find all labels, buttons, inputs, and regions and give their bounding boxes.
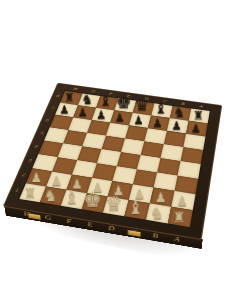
black-knight: ♞ xyxy=(173,106,185,119)
file-label: D xyxy=(108,225,114,232)
square xyxy=(72,160,97,178)
black-knight: ♞ xyxy=(81,93,93,106)
square: ♛ xyxy=(103,197,129,217)
black-rook: ♜ xyxy=(193,109,204,121)
white-rook: ♜ xyxy=(24,186,37,200)
rank-label: 6 xyxy=(214,145,215,154)
rank-label: 1 xyxy=(202,220,203,230)
white-pawn: ♟ xyxy=(31,172,42,185)
black-pawn: ♟ xyxy=(115,112,125,123)
rank-label: 2 xyxy=(21,172,26,177)
square xyxy=(154,172,178,190)
black-pawn: ♟ xyxy=(171,120,181,132)
chess-board: HGFEDCBA 87654321 ♜♞♝♚♛♝♞♜♟♟♟♟♟♟♟♟♟♟♟♟♟♟… xyxy=(3,83,222,240)
white-king: ♚ xyxy=(83,189,102,210)
square: ♝ xyxy=(124,200,150,220)
square: ♟ xyxy=(73,105,96,120)
board-grid: ♜♞♝♚♛♝♞♜♟♟♟♟♟♟♟♟♟♟♟♟♟♟♟♟♜♞♝♚♛♝♞♜ xyxy=(19,91,210,227)
rank-label: 4 xyxy=(34,144,39,149)
hinge-left xyxy=(27,213,41,221)
rank-label: 3 xyxy=(207,188,208,197)
square xyxy=(102,136,126,152)
rank-label: 7 xyxy=(51,106,55,110)
file-label: G xyxy=(45,214,52,221)
rank-label: 3 xyxy=(28,158,33,163)
black-pawn: ♟ xyxy=(96,109,106,120)
square xyxy=(63,130,87,146)
product-photo: HGFEDCBA 87654321 ♜♞♝♚♛♝♞♜♟♟♟♟♟♟♟♟♟♟♟♟♟♟… xyxy=(0,0,240,303)
white-knight: ♞ xyxy=(150,205,164,220)
white-queen: ♛ xyxy=(105,194,123,214)
rank-label: 5 xyxy=(212,159,213,168)
square: ♚ xyxy=(82,193,108,213)
white-bishop: ♝ xyxy=(64,189,80,206)
black-queen: ♛ xyxy=(134,97,149,114)
hinge-right xyxy=(127,229,141,237)
black-bishop: ♝ xyxy=(154,101,168,116)
black-pawn: ♟ xyxy=(59,104,69,115)
white-knight: ♞ xyxy=(44,188,58,203)
black-rook: ♜ xyxy=(64,91,75,103)
square xyxy=(32,154,57,171)
white-pawn: ♟ xyxy=(51,175,62,188)
square: ♟ xyxy=(110,110,132,125)
rank-label: 1 xyxy=(15,188,20,193)
black-pawn: ♟ xyxy=(152,117,162,129)
white-pawn: ♟ xyxy=(176,195,188,208)
file-label: E xyxy=(87,221,92,228)
white-pawn: ♟ xyxy=(155,191,167,204)
square xyxy=(92,163,117,181)
square xyxy=(77,146,101,163)
rank-label: 2 xyxy=(205,204,206,214)
photo-scene: HGFEDCBA 87654321 ♜♞♝♚♛♝♞♜♟♟♟♟♟♟♟♟♟♟♟♟♟♟… xyxy=(0,0,240,303)
black-pawn: ♟ xyxy=(133,115,143,127)
black-bishop: ♝ xyxy=(99,93,112,108)
square: ♞ xyxy=(40,187,67,206)
square xyxy=(183,134,205,150)
rank-label: 6 xyxy=(45,118,49,122)
square: ♜ xyxy=(168,207,193,227)
file-label: F xyxy=(66,218,72,225)
white-rook: ♜ xyxy=(172,210,185,224)
square xyxy=(121,138,144,155)
rank-label: 4 xyxy=(210,173,211,182)
square xyxy=(82,133,106,149)
black-pawn: ♟ xyxy=(78,107,88,118)
white-bishop: ♝ xyxy=(127,200,143,218)
black-king: ♚ xyxy=(116,93,132,111)
file-label: A xyxy=(174,236,180,243)
square xyxy=(125,125,148,141)
square: ♟ xyxy=(148,115,170,130)
rank-label: 8 xyxy=(56,94,60,98)
rank-label: 5 xyxy=(40,131,44,135)
file-label: B xyxy=(152,232,158,239)
black-pawn: ♟ xyxy=(191,123,201,135)
